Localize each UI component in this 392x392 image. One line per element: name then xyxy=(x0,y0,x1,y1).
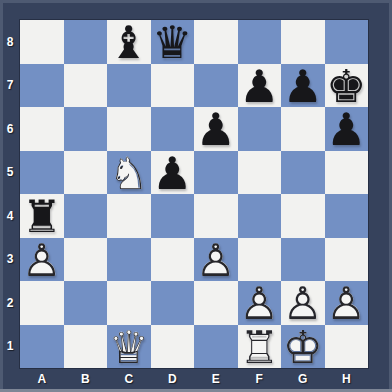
piece-white-pawn-f2[interactable]: ♟♙ xyxy=(238,281,282,325)
square-a7[interactable] xyxy=(20,64,64,108)
file-label-f: F xyxy=(238,368,282,389)
square-c5[interactable]: ♞♘ xyxy=(107,151,151,195)
square-f2[interactable]: ♟♙ xyxy=(238,281,282,325)
chess-board: ♝♛♟♟♚♟♟♞♘♟♜♟♙♟♙♟♙♟♙♟♙♛♕♜♖♚♔ xyxy=(20,20,368,368)
square-e3[interactable]: ♟♙ xyxy=(194,238,238,282)
rank-label-4: 4 xyxy=(0,194,20,238)
square-a8[interactable] xyxy=(20,20,64,64)
square-d1[interactable] xyxy=(151,325,195,369)
square-d4[interactable] xyxy=(151,194,195,238)
square-g4[interactable] xyxy=(281,194,325,238)
square-d6[interactable] xyxy=(151,107,195,151)
piece-white-rook-f1[interactable]: ♜♖ xyxy=(238,325,282,369)
rank-label-1: 1 xyxy=(0,325,20,369)
square-e6[interactable]: ♟ xyxy=(194,107,238,151)
piece-white-pawn-h2[interactable]: ♟♙ xyxy=(325,281,369,325)
square-c7[interactable] xyxy=(107,64,151,108)
piece-black-king-h7[interactable]: ♚ xyxy=(325,64,369,108)
rank-label-3: 3 xyxy=(0,238,20,282)
square-g6[interactable] xyxy=(281,107,325,151)
piece-black-pawn-f7[interactable]: ♟ xyxy=(238,64,282,108)
square-f1[interactable]: ♜♖ xyxy=(238,325,282,369)
square-f7[interactable]: ♟ xyxy=(238,64,282,108)
piece-black-pawn-e6[interactable]: ♟ xyxy=(194,107,238,151)
square-b2[interactable] xyxy=(64,281,108,325)
square-d3[interactable] xyxy=(151,238,195,282)
square-g1[interactable]: ♚♔ xyxy=(281,325,325,369)
square-h3[interactable] xyxy=(325,238,369,282)
square-g7[interactable]: ♟ xyxy=(281,64,325,108)
square-b6[interactable] xyxy=(64,107,108,151)
square-h8[interactable] xyxy=(325,20,369,64)
square-d2[interactable] xyxy=(151,281,195,325)
square-h6[interactable]: ♟ xyxy=(325,107,369,151)
piece-black-pawn-g7[interactable]: ♟ xyxy=(281,64,325,108)
rank-label-6: 6 xyxy=(0,107,20,151)
piece-black-queen-d8[interactable]: ♛ xyxy=(151,20,195,64)
file-label-h: H xyxy=(325,368,369,389)
square-e4[interactable] xyxy=(194,194,238,238)
square-e1[interactable] xyxy=(194,325,238,369)
rank-label-5: 5 xyxy=(0,151,20,195)
piece-white-pawn-e3[interactable]: ♟♙ xyxy=(194,238,238,282)
square-a6[interactable] xyxy=(20,107,64,151)
square-h1[interactable] xyxy=(325,325,369,369)
rank-labels: 87654321 xyxy=(0,20,20,368)
rank-label-7: 7 xyxy=(0,64,20,108)
piece-white-pawn-g2[interactable]: ♟♙ xyxy=(281,281,325,325)
file-label-c: C xyxy=(107,368,151,389)
square-a4[interactable]: ♜ xyxy=(20,194,64,238)
file-label-b: B xyxy=(64,368,108,389)
square-e5[interactable] xyxy=(194,151,238,195)
square-c6[interactable] xyxy=(107,107,151,151)
square-b1[interactable] xyxy=(64,325,108,369)
square-e7[interactable] xyxy=(194,64,238,108)
piece-black-bishop-c8[interactable]: ♝ xyxy=(107,20,151,64)
square-c4[interactable] xyxy=(107,194,151,238)
piece-white-king-g1[interactable]: ♚♔ xyxy=(281,325,325,369)
square-c3[interactable] xyxy=(107,238,151,282)
square-a1[interactable] xyxy=(20,325,64,369)
piece-white-queen-c1[interactable]: ♛♕ xyxy=(107,325,151,369)
piece-white-knight-c5[interactable]: ♞♘ xyxy=(107,151,151,195)
square-a3[interactable]: ♟♙ xyxy=(20,238,64,282)
square-h2[interactable]: ♟♙ xyxy=(325,281,369,325)
square-a2[interactable] xyxy=(20,281,64,325)
square-b8[interactable] xyxy=(64,20,108,64)
square-f3[interactable] xyxy=(238,238,282,282)
square-d5[interactable]: ♟ xyxy=(151,151,195,195)
square-b4[interactable] xyxy=(64,194,108,238)
square-h5[interactable] xyxy=(325,151,369,195)
square-d8[interactable]: ♛ xyxy=(151,20,195,64)
file-label-e: E xyxy=(194,368,238,389)
square-h4[interactable] xyxy=(325,194,369,238)
square-f6[interactable] xyxy=(238,107,282,151)
chess-board-frame: 87654321 ♝♛♟♟♚♟♟♞♘♟♜♟♙♟♙♟♙♟♙♟♙♛♕♜♖♚♔ ABC… xyxy=(0,0,392,392)
square-e2[interactable] xyxy=(194,281,238,325)
file-label-g: G xyxy=(281,368,325,389)
piece-black-pawn-h6[interactable]: ♟ xyxy=(325,107,369,151)
rank-label-8: 8 xyxy=(0,20,20,64)
square-g8[interactable] xyxy=(281,20,325,64)
piece-black-pawn-d5[interactable]: ♟ xyxy=(151,151,195,195)
piece-white-pawn-a3[interactable]: ♟♙ xyxy=(20,238,64,282)
square-g5[interactable] xyxy=(281,151,325,195)
square-b3[interactable] xyxy=(64,238,108,282)
square-g2[interactable]: ♟♙ xyxy=(281,281,325,325)
square-c2[interactable] xyxy=(107,281,151,325)
square-f5[interactable] xyxy=(238,151,282,195)
square-a5[interactable] xyxy=(20,151,64,195)
square-f4[interactable] xyxy=(238,194,282,238)
square-b5[interactable] xyxy=(64,151,108,195)
file-labels: ABCDEFGH xyxy=(20,368,368,389)
rank-label-2: 2 xyxy=(0,281,20,325)
square-e8[interactable] xyxy=(194,20,238,64)
file-label-a: A xyxy=(20,368,64,389)
square-c8[interactable]: ♝ xyxy=(107,20,151,64)
square-f8[interactable] xyxy=(238,20,282,64)
square-h7[interactable]: ♚ xyxy=(325,64,369,108)
square-d7[interactable] xyxy=(151,64,195,108)
square-b7[interactable] xyxy=(64,64,108,108)
piece-black-rook-a4[interactable]: ♜ xyxy=(20,194,64,238)
square-c1[interactable]: ♛♕ xyxy=(107,325,151,369)
square-g3[interactable] xyxy=(281,238,325,282)
file-label-d: D xyxy=(151,368,195,389)
